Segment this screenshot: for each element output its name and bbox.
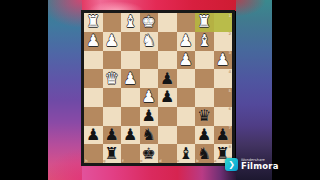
black-pawn: ♟ [160,70,174,88]
square-f7[interactable]: ♟ [121,126,140,145]
rank-label-6: 6 [229,107,232,111]
square-h1[interactable]: ♜ [84,13,103,32]
square-b1[interactable]: ♜ [195,13,214,32]
file-label-c: c [177,159,179,163]
square-a4[interactable]: 4 [214,69,233,88]
black-pawn: ♟ [197,126,211,144]
black-pawn: ♟ [142,107,156,125]
background-blur-right [236,0,272,180]
watermark-product: Filmora [241,162,281,171]
square-d1[interactable] [158,13,177,32]
file-label-d: d [159,159,162,163]
square-c1[interactable] [177,13,196,32]
square-c8[interactable]: c♝ [177,144,196,163]
square-b7[interactable]: ♟ [195,126,214,145]
white-king: ♚ [142,13,156,31]
square-e3[interactable] [140,51,159,70]
white-bishop: ♝ [123,13,137,31]
square-g3[interactable] [103,51,122,70]
square-b8[interactable]: b♞ [195,144,214,163]
square-f1[interactable]: ♝ [121,13,140,32]
square-h2[interactable]: ♟ [84,32,103,51]
white-rook: ♜ [86,13,100,31]
square-h6[interactable] [84,107,103,126]
file-label-b: b [196,159,199,163]
square-b4[interactable] [195,69,214,88]
square-a3[interactable]: 3♟ [214,51,233,70]
chess-video-frame: ♜♝♚♜1♟♟♞♟♝2♟3♟♛♟♟4♟♟5♟♛6♟♟♟♞♟7♟hg♜fe♚dc♝… [0,0,320,180]
white-rook: ♜ [197,13,211,31]
black-pawn: ♟ [105,126,119,144]
square-d4[interactable]: ♟ [158,69,177,88]
white-pawn: ♟ [142,88,156,106]
file-label-h: h [85,159,88,163]
rank-label-1: 1 [229,14,232,18]
square-a7[interactable]: 7♟ [214,126,233,145]
rank-label-2: 2 [229,32,232,36]
white-bishop: ♝ [197,32,211,50]
black-knight: ♞ [197,145,211,163]
square-a1[interactable]: 1 [214,13,233,32]
watermark-brand: Wondershare [241,158,265,161]
square-e6[interactable]: ♟ [140,107,159,126]
black-bishop: ♝ [179,145,193,163]
chess-board: ♜♝♚♜1♟♟♞♟♝2♟3♟♛♟♟4♟♟5♟♛6♟♟♟♞♟7♟hg♜fe♚dc♝… [84,13,232,163]
square-c2[interactable]: ♟ [177,32,196,51]
square-g7[interactable]: ♟ [103,126,122,145]
white-pawn: ♟ [86,32,100,50]
square-g1[interactable] [103,13,122,32]
file-label-e: e [140,159,143,163]
square-e2[interactable]: ♞ [140,32,159,51]
square-d5[interactable]: ♟ [158,88,177,107]
rank-label-4: 4 [229,70,232,74]
black-queen: ♛ [197,107,211,125]
square-g5[interactable] [103,88,122,107]
black-king: ♚ [142,145,156,163]
black-rook: ♜ [105,145,119,163]
watermark: ❯ Wondershare Filmora [225,157,281,171]
white-pawn: ♟ [179,51,193,69]
square-b5[interactable] [195,88,214,107]
filmora-arrow-icon: ❯ [225,158,238,171]
white-pawn: ♟ [123,70,137,88]
square-e8[interactable]: e♚ [140,144,159,163]
square-f6[interactable] [121,107,140,126]
square-c6[interactable] [177,107,196,126]
square-d2[interactable] [158,32,177,51]
square-g4[interactable]: ♛ [103,69,122,88]
background-blur-left [48,0,82,180]
square-f3[interactable] [121,51,140,70]
black-pawn: ♟ [160,88,174,106]
square-f5[interactable] [121,88,140,107]
file-label-a: a [214,159,217,163]
square-a2[interactable]: 2 [214,32,233,51]
chess-board-frame: ♜♝♚♜1♟♟♞♟♝2♟3♟♛♟♟4♟♟5♟♛6♟♟♟♞♟7♟hg♜fe♚dc♝… [81,10,235,166]
file-label-g: g [103,159,106,163]
square-b2[interactable]: ♝ [195,32,214,51]
square-h3[interactable] [84,51,103,70]
square-a5[interactable]: 5 [214,88,233,107]
white-knight: ♞ [142,32,156,50]
black-pawn: ♟ [86,126,100,144]
rank-label-3: 3 [229,51,232,55]
square-b6[interactable]: ♛ [195,107,214,126]
white-queen: ♛ [105,70,119,88]
square-h4[interactable] [84,69,103,88]
square-e5[interactable]: ♟ [140,88,159,107]
square-c4[interactable] [177,69,196,88]
square-d8[interactable]: d [158,144,177,163]
background-blur-bottom [82,165,236,180]
white-pawn: ♟ [179,32,193,50]
square-e7[interactable]: ♞ [140,126,159,145]
rank-label-8: 8 [229,145,232,149]
black-knight: ♞ [142,126,156,144]
square-e1[interactable]: ♚ [140,13,159,32]
white-pawn: ♟ [105,32,119,50]
black-pawn: ♟ [123,126,137,144]
rank-label-7: 7 [229,126,232,130]
square-b3[interactable] [195,51,214,70]
square-g6[interactable] [103,107,122,126]
square-d6[interactable] [158,107,177,126]
square-h7[interactable]: ♟ [84,126,103,145]
square-d7[interactable] [158,126,177,145]
square-c3[interactable]: ♟ [177,51,196,70]
square-f2[interactable] [121,32,140,51]
square-f4[interactable]: ♟ [121,69,140,88]
rank-label-5: 5 [229,89,232,93]
square-h5[interactable] [84,88,103,107]
square-g8[interactable]: g♜ [103,144,122,163]
square-e4[interactable] [140,69,159,88]
square-h8[interactable]: h [84,144,103,163]
square-c7[interactable] [177,126,196,145]
square-c5[interactable] [177,88,196,107]
square-g2[interactable]: ♟ [103,32,122,51]
square-a6[interactable]: 6 [214,107,233,126]
file-label-f: f [122,159,124,163]
square-f8[interactable]: f [121,144,140,163]
square-d3[interactable] [158,51,177,70]
